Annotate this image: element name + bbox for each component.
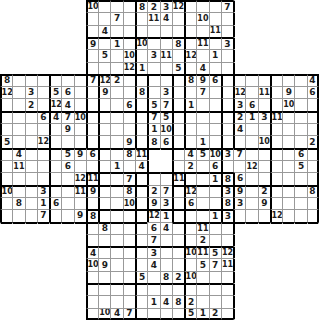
cell-r26c9[interactable]: 10 [98,308,110,320]
cell-r17c8[interactable] [86,197,98,209]
cell-r22c18[interactable]: 7 [209,258,221,270]
cell-r5c13[interactable]: 3 [147,49,159,61]
cell-r19c17[interactable]: 11 [196,222,208,234]
cell-r13c21[interactable] [245,148,257,160]
cell-r21c17[interactable]: 11 [196,246,208,258]
cell-r18c23[interactable]: 12 [270,209,282,221]
cell-r17c17[interactable] [196,197,208,209]
cell-r10c24[interactable] [282,111,294,123]
cell-r11c13[interactable]: 1 [147,123,159,135]
cell-r8c3[interactable]: 3 [25,86,37,98]
cell-r17c12[interactable] [135,197,147,209]
cell-r8c4[interactable] [37,86,49,98]
cell-r19c13[interactable]: 6 [147,222,159,234]
cell-r9c8[interactable] [86,98,98,110]
cell-r11c1[interactable] [0,123,12,135]
cell-r20c9[interactable] [98,234,110,246]
cell-r25c13[interactable]: 1 [147,295,159,307]
cell-r11c6[interactable]: 9 [61,123,73,135]
cell-r10c10[interactable] [110,111,122,123]
cell-r9c18[interactable] [209,98,221,110]
cell-r17c9[interactable] [98,197,110,209]
cell-r20c17[interactable]: 2 [196,234,208,246]
cell-r19c8[interactable] [86,222,98,234]
cell-r8c11[interactable] [123,86,135,98]
cell-r7c5[interactable] [49,74,61,86]
cell-r7c16[interactable]: 8 [184,74,196,86]
cell-r7c19[interactable] [221,74,233,86]
cell-r10c15[interactable] [172,111,184,123]
cell-r10c19[interactable] [221,111,233,123]
cell-r10c7[interactable]: 10 [74,111,86,123]
cell-r22c14[interactable] [160,258,172,270]
cell-r14c25[interactable]: 5 [294,160,306,172]
cell-r3c11[interactable] [123,25,135,37]
cell-r16c19[interactable]: 3 [221,185,233,197]
cell-r1c18[interactable] [209,0,221,12]
cell-r5c10[interactable] [110,49,122,61]
cell-r18c17[interactable] [196,209,208,221]
cell-r2c17[interactable]: 10 [196,12,208,24]
cell-r2c11[interactable] [123,12,135,24]
cell-r11c15[interactable] [172,123,184,135]
cell-r25c15[interactable]: 8 [172,295,184,307]
cell-r15c13[interactable] [147,172,159,184]
cell-r25c19[interactable] [221,295,233,307]
cell-r20c18[interactable] [209,234,221,246]
cell-r11c14[interactable]: 10 [160,123,172,135]
cell-r11c18[interactable] [209,123,221,135]
cell-r17c5[interactable]: 6 [49,197,61,209]
cell-r16c2[interactable] [12,185,24,197]
cell-r4c13[interactable] [147,37,159,49]
cell-r11c7[interactable] [74,123,86,135]
cell-r14c7[interactable] [74,160,86,172]
cell-r5c12[interactable] [135,49,147,61]
cell-r15c15[interactable]: 11 [172,172,184,184]
cell-r24c17[interactable] [196,283,208,295]
cell-r6c15[interactable]: 5 [172,62,184,74]
cell-r8c25[interactable] [294,86,306,98]
cell-r2c14[interactable]: 4 [160,12,172,24]
cell-r15c20[interactable]: 6 [233,172,245,184]
cell-r3c16[interactable] [184,25,196,37]
cell-r2c16[interactable] [184,12,196,24]
cell-r18c21[interactable] [245,209,257,221]
cell-r4c9[interactable] [98,37,110,49]
cell-r7c15[interactable] [172,74,184,86]
cell-r10c11[interactable] [123,111,135,123]
cell-r19c12[interactable] [135,222,147,234]
cell-r16c18[interactable] [209,185,221,197]
cell-r4c8[interactable]: 9 [86,37,98,49]
cell-r1c13[interactable]: 2 [147,0,159,12]
cell-r13c12[interactable]: 11 [135,148,147,160]
cell-r3c18[interactable]: 11 [209,25,221,37]
cell-r26c18[interactable]: 2 [209,308,221,320]
cell-r7c9[interactable]: 12 [98,74,110,86]
cell-r4c19[interactable]: 3 [221,37,233,49]
cell-r12c21[interactable] [245,135,257,147]
cell-r6c12[interactable]: 1 [135,62,147,74]
cell-r10c20[interactable]: 2 [233,111,245,123]
cell-r12c11[interactable]: 9 [123,135,135,147]
cell-r16c24[interactable] [282,185,294,197]
cell-r1c15[interactable]: 12 [172,0,184,12]
cell-r10c14[interactable]: 5 [160,111,172,123]
cell-r8c16[interactable] [184,86,196,98]
cell-r9c5[interactable]: 12 [49,98,61,110]
cell-r9c14[interactable]: 7 [160,98,172,110]
cell-r15c9[interactable] [98,172,110,184]
cell-r13c22[interactable] [258,148,270,160]
cell-r14c8[interactable] [86,160,98,172]
cell-r8c22[interactable]: 11 [258,86,270,98]
cell-r17c14[interactable]: 3 [160,197,172,209]
cell-r6c19[interactable] [221,62,233,74]
cell-r17c15[interactable] [172,197,184,209]
cell-r13c19[interactable]: 3 [221,148,233,160]
cell-r22c13[interactable]: 4 [147,258,159,270]
cell-r1c12[interactable]: 8 [135,0,147,12]
cell-r17c1[interactable] [0,197,12,209]
cell-r24c15[interactable] [172,283,184,295]
cell-r8c2[interactable] [12,86,24,98]
cell-r9c20[interactable]: 3 [233,98,245,110]
cell-r20c13[interactable]: 7 [147,234,159,246]
cell-r14c18[interactable]: 6 [209,160,221,172]
cell-r13c4[interactable] [37,148,49,160]
cell-r9c23[interactable] [270,98,282,110]
cell-r15c10[interactable] [110,172,122,184]
cell-r9c13[interactable]: 5 [147,98,159,110]
cell-r15c24[interactable] [282,172,294,184]
cell-r4c16[interactable] [184,37,196,49]
cell-r9c22[interactable] [258,98,270,110]
cell-r11c11[interactable] [123,123,135,135]
cell-r26c19[interactable] [221,308,233,320]
cell-r7c18[interactable]: 6 [209,74,221,86]
cell-r14c3[interactable] [25,160,37,172]
cell-r10c2[interactable] [12,111,24,123]
cell-r18c19[interactable]: 3 [221,209,233,221]
cell-r21c12[interactable] [135,246,147,258]
cell-r3c14[interactable] [160,25,172,37]
cell-r18c2[interactable] [12,209,24,221]
cell-r18c8[interactable]: 8 [86,209,98,221]
cell-r24c11[interactable] [123,283,135,295]
cell-r5c18[interactable]: 1 [209,49,221,61]
cell-r15c23[interactable] [270,172,282,184]
cell-r26c16[interactable]: 5 [184,308,196,320]
cell-r16c20[interactable]: 9 [233,185,245,197]
cell-r15c22[interactable] [258,172,270,184]
cell-r9c21[interactable]: 6 [245,98,257,110]
cell-r9c3[interactable]: 2 [25,98,37,110]
cell-r21c11[interactable] [123,246,135,258]
cell-r23c14[interactable]: 8 [160,271,172,283]
cell-r16c13[interactable]: 2 [147,185,159,197]
cell-r9c4[interactable] [37,98,49,110]
cell-r11c21[interactable] [245,123,257,135]
cell-r18c12[interactable] [135,209,147,221]
cell-r22c11[interactable] [123,258,135,270]
cell-r12c20[interactable] [233,135,245,147]
cell-r16c5[interactable] [49,185,61,197]
cell-r8c5[interactable]: 5 [49,86,61,98]
cell-r12c25[interactable] [294,135,306,147]
cell-r16c22[interactable]: 2 [258,185,270,197]
cell-r8c1[interactable]: 12 [0,86,12,98]
cell-r13c20[interactable]: 7 [233,148,245,160]
cell-r11c4[interactable] [37,123,49,135]
cell-r13c2[interactable]: 4 [12,148,24,160]
cell-r25c14[interactable]: 4 [160,295,172,307]
cell-r12c22[interactable]: 10 [258,135,270,147]
cell-r17c25[interactable] [294,197,306,209]
cell-r9c9[interactable] [98,98,110,110]
cell-r7c21[interactable] [245,74,257,86]
cell-r17c18[interactable] [209,197,221,209]
cell-r10c26[interactable] [307,111,319,123]
cell-r13c17[interactable]: 5 [196,148,208,160]
cell-r13c16[interactable]: 4 [184,148,196,160]
cell-r24c18[interactable] [209,283,221,295]
cell-r16c8[interactable]: 9 [86,185,98,197]
cell-r17c24[interactable] [282,197,294,209]
cell-r18c6[interactable] [61,209,73,221]
cell-r5c19[interactable] [221,49,233,61]
cell-r7c3[interactable] [25,74,37,86]
cell-r17c20[interactable]: 3 [233,197,245,209]
cell-r6c16[interactable] [184,62,196,74]
cell-r11c5[interactable] [49,123,61,135]
cell-r8c17[interactable]: 7 [196,86,208,98]
cell-r11c24[interactable] [282,123,294,135]
cell-r3c8[interactable] [86,25,98,37]
cell-r22c17[interactable]: 5 [196,258,208,270]
cell-r13c26[interactable] [307,148,319,160]
cell-r14c5[interactable] [49,160,61,172]
cell-r26c8[interactable] [86,308,98,320]
cell-r11c23[interactable] [270,123,282,135]
cell-r22c19[interactable]: 11 [221,258,233,270]
cell-r13c6[interactable]: 5 [61,148,73,160]
cell-r2c12[interactable] [135,12,147,24]
cell-r8c13[interactable] [147,86,159,98]
cell-r22c9[interactable]: 9 [98,258,110,270]
cell-r12c1[interactable]: 5 [0,135,12,147]
cell-r4c17[interactable]: 11 [196,37,208,49]
cell-r9c19[interactable] [221,98,233,110]
cell-r15c21[interactable] [245,172,257,184]
cell-r12c13[interactable]: 8 [147,135,159,147]
cell-r18c26[interactable] [307,209,319,221]
cell-r16c12[interactable] [135,185,147,197]
cell-r14c6[interactable]: 6 [61,160,73,172]
cell-r18c11[interactable] [123,209,135,221]
cell-r15c11[interactable]: 7 [123,172,135,184]
cell-r12c5[interactable] [49,135,61,147]
cell-r18c10[interactable] [110,209,122,221]
cell-r9c2[interactable] [12,98,24,110]
cell-r21c15[interactable] [172,246,184,258]
cell-r6c17[interactable]: 4 [196,62,208,74]
cell-r10c22[interactable]: 3 [258,111,270,123]
cell-r24c12[interactable] [135,283,147,295]
cell-r16c4[interactable]: 3 [37,185,49,197]
cell-r17c11[interactable]: 10 [123,197,135,209]
cell-r12c24[interactable] [282,135,294,147]
cell-r7c26[interactable]: 4 [307,74,319,86]
cell-r6c9[interactable] [98,62,110,74]
cell-r8c6[interactable]: 6 [61,86,73,98]
cell-r11c8[interactable] [86,123,98,135]
cell-r12c12[interactable] [135,135,147,147]
cell-r15c7[interactable]: 12 [74,172,86,184]
cell-r12c2[interactable] [12,135,24,147]
cell-r8c24[interactable]: 9 [282,86,294,98]
cell-r25c12[interactable] [135,295,147,307]
cell-r15c25[interactable] [294,172,306,184]
cell-r5c15[interactable] [172,49,184,61]
cell-r14c11[interactable] [123,160,135,172]
cell-r16c11[interactable]: 8 [123,185,135,197]
cell-r9c1[interactable] [0,98,12,110]
cell-r7c17[interactable]: 9 [196,74,208,86]
cell-r7c25[interactable] [294,74,306,86]
cell-r16c17[interactable] [196,185,208,197]
cell-r7c11[interactable] [123,74,135,86]
cell-r14c2[interactable]: 11 [12,160,24,172]
cell-r24c10[interactable] [110,283,122,295]
cell-r21c18[interactable]: 5 [209,246,221,258]
cell-r8c15[interactable] [172,86,184,98]
cell-r25c11[interactable] [123,295,135,307]
cell-r14c1[interactable] [0,160,12,172]
cell-r26c15[interactable] [172,308,184,320]
cell-r10c25[interactable] [294,111,306,123]
cell-r11c22[interactable] [258,123,270,135]
cell-r2c19[interactable] [221,12,233,24]
cell-r3c13[interactable] [147,25,159,37]
cell-r13c1[interactable] [0,148,12,160]
cell-r9c24[interactable]: 10 [282,98,294,110]
cell-r14c10[interactable]: 1 [110,160,122,172]
cell-r22c16[interactable] [184,258,196,270]
cell-r3c15[interactable] [172,25,184,37]
cell-r10c6[interactable]: 7 [61,111,73,123]
cell-r8c21[interactable] [245,86,257,98]
cell-r18c18[interactable]: 1 [209,209,221,221]
cell-r13c15[interactable] [172,148,184,160]
cell-r7c23[interactable] [270,74,282,86]
cell-r13c8[interactable]: 6 [86,148,98,160]
cell-r9c12[interactable] [135,98,147,110]
cell-r6c14[interactable] [160,62,172,74]
cell-r14c24[interactable] [282,160,294,172]
cell-r19c18[interactable] [209,222,221,234]
cell-r7c12[interactable] [135,74,147,86]
cell-r2c8[interactable] [86,12,98,24]
cell-r23c16[interactable]: 10 [184,271,196,283]
cell-r11c25[interactable] [294,123,306,135]
cell-r9c10[interactable] [110,98,122,110]
cell-r23c19[interactable] [221,271,233,283]
cell-r15c18[interactable]: 1 [209,172,221,184]
cell-r11c19[interactable] [221,123,233,135]
cell-r21c14[interactable] [160,246,172,258]
cell-r24c13[interactable] [147,283,159,295]
cell-r22c12[interactable] [135,258,147,270]
cell-r17c7[interactable] [74,197,86,209]
cell-r14c15[interactable] [172,160,184,172]
cell-r10c1[interactable] [0,111,12,123]
cell-r16c14[interactable]: 7 [160,185,172,197]
cell-r20c15[interactable] [172,234,184,246]
cell-r14c23[interactable] [270,160,282,172]
cell-r18c1[interactable] [0,209,12,221]
cell-r17c16[interactable]: 6 [184,197,196,209]
cell-r6c18[interactable] [209,62,221,74]
cell-r23c12[interactable]: 5 [135,271,147,283]
cell-r12c16[interactable] [184,135,196,147]
cell-r20c8[interactable] [86,234,98,246]
cell-r24c8[interactable] [86,283,98,295]
cell-r7c6[interactable] [61,74,73,86]
cell-r19c11[interactable] [123,222,135,234]
cell-r7c2[interactable] [12,74,24,86]
cell-r4c10[interactable]: 1 [110,37,122,49]
cell-r9c6[interactable]: 4 [61,98,73,110]
cell-r21c13[interactable]: 3 [147,246,159,258]
cell-r19c14[interactable]: 4 [160,222,172,234]
cell-r23c17[interactable] [196,271,208,283]
cell-r1c8[interactable]: 10 [86,0,98,12]
cell-r11c26[interactable] [307,123,319,135]
cell-r17c22[interactable]: 9 [258,197,270,209]
cell-r4c14[interactable] [160,37,172,49]
cell-r11c16[interactable] [184,123,196,135]
cell-r9c15[interactable] [172,98,184,110]
cell-r20c10[interactable] [110,234,122,246]
cell-r7c24[interactable] [282,74,294,86]
cell-r12c23[interactable] [270,135,282,147]
cell-r14c20[interactable] [233,160,245,172]
cell-r10c3[interactable] [25,111,37,123]
cell-r8c10[interactable] [110,86,122,98]
cell-r7c4[interactable] [37,74,49,86]
cell-r10c17[interactable] [196,111,208,123]
cell-r20c11[interactable] [123,234,135,246]
cell-r10c4[interactable]: 6 [37,111,49,123]
cell-r7c8[interactable]: 7 [86,74,98,86]
cell-r19c16[interactable] [184,222,196,234]
cell-r7c13[interactable] [147,74,159,86]
cell-r6c13[interactable] [147,62,159,74]
cell-r19c15[interactable] [172,222,184,234]
cell-r5c11[interactable]: 10 [123,49,135,61]
cell-r12c6[interactable] [61,135,73,147]
cell-r10c5[interactable]: 4 [49,111,61,123]
cell-r12c9[interactable] [98,135,110,147]
cell-r25c9[interactable] [98,295,110,307]
cell-r1c14[interactable]: 3 [160,0,172,12]
cell-r8c20[interactable]: 12 [233,86,245,98]
cell-r20c19[interactable] [221,234,233,246]
cell-r8c19[interactable] [221,86,233,98]
cell-r10c21[interactable]: 1 [245,111,257,123]
